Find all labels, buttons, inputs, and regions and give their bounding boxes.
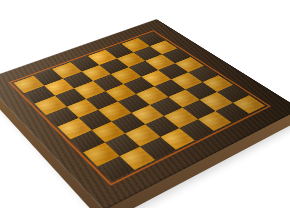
board-frame bbox=[0, 19, 290, 208]
square-a1[interactable] bbox=[97, 156, 134, 181]
chess-board bbox=[0, 19, 290, 208]
square-g1[interactable] bbox=[215, 103, 248, 123]
square-d4[interactable] bbox=[117, 94, 149, 113]
square-a2[interactable] bbox=[83, 143, 119, 167]
square-b3[interactable] bbox=[91, 121, 125, 142]
square-f2[interactable] bbox=[182, 100, 215, 119]
square-c4[interactable] bbox=[98, 102, 131, 122]
square-d2[interactable] bbox=[145, 116, 179, 137]
square-a5[interactable] bbox=[46, 107, 79, 127]
square-g2[interactable] bbox=[200, 92, 233, 111]
square-e1[interactable] bbox=[179, 119, 214, 140]
square-a6[interactable] bbox=[34, 96, 66, 115]
square-d1[interactable] bbox=[160, 128, 195, 150]
square-c2[interactable] bbox=[125, 125, 160, 147]
square-b4[interactable] bbox=[78, 110, 111, 130]
square-e3[interactable] bbox=[150, 97, 183, 116]
square-b5[interactable] bbox=[66, 99, 98, 118]
square-c1[interactable] bbox=[140, 137, 176, 160]
square-b1[interactable] bbox=[119, 146, 155, 170]
square-a4[interactable] bbox=[58, 118, 92, 139]
square-e2[interactable] bbox=[164, 108, 198, 128]
square-c3[interactable] bbox=[111, 113, 145, 134]
square-a3[interactable] bbox=[70, 130, 105, 152]
square-b2[interactable] bbox=[105, 133, 140, 156]
photo-background bbox=[0, 0, 290, 208]
square-d3[interactable] bbox=[131, 105, 164, 125]
square-f1[interactable] bbox=[197, 111, 231, 131]
square-h1[interactable] bbox=[232, 95, 265, 114]
